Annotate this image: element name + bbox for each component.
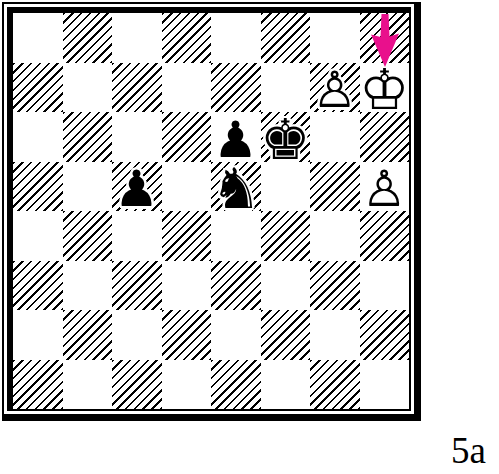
piece-halo-white-pawn-g7: ♟ <box>310 66 360 116</box>
square-a3 <box>13 261 63 311</box>
square-f4 <box>261 211 311 261</box>
square-b2 <box>63 310 113 360</box>
square-c2 <box>112 310 162 360</box>
square-b5 <box>63 162 113 212</box>
square-g7: ♟♙ <box>310 63 360 113</box>
square-g8 <box>310 13 360 63</box>
square-b7 <box>63 63 113 113</box>
square-b8 <box>63 13 113 63</box>
square-f5 <box>261 162 311 212</box>
square-e6: ♟♟ <box>211 112 261 162</box>
square-e8 <box>211 13 261 63</box>
square-d4 <box>162 211 212 261</box>
square-b1 <box>63 360 113 410</box>
square-d6 <box>162 112 212 162</box>
square-d5 <box>162 162 212 212</box>
square-h3 <box>360 261 410 311</box>
square-c5: ♟♟ <box>112 162 162 212</box>
square-d7 <box>162 63 212 113</box>
piece-halo-black-pawn-e6: ♟ <box>211 115 261 165</box>
square-f1 <box>261 360 311 410</box>
piece-black-pawn-c5: ♟ <box>112 165 162 215</box>
square-g3 <box>310 261 360 311</box>
square-f3 <box>261 261 311 311</box>
square-e1 <box>211 360 261 410</box>
square-g1 <box>310 360 360 410</box>
square-e4 <box>211 211 261 261</box>
square-a6 <box>13 112 63 162</box>
square-c7 <box>112 63 162 113</box>
square-b3 <box>63 261 113 311</box>
chess-diagram-page: ♟♙♚♔♟♟♚♚♟♟♞♞♟♙ 5a <box>0 0 499 474</box>
piece-black-king-f6: ♚ <box>261 115 311 165</box>
piece-white-pawn-g7: ♙ <box>310 66 360 116</box>
chess-board: ♟♙♚♔♟♟♚♚♟♟♞♞♟♙ <box>13 13 409 409</box>
square-g2 <box>310 310 360 360</box>
square-c8 <box>112 13 162 63</box>
square-a2 <box>13 310 63 360</box>
square-f2 <box>261 310 311 360</box>
square-h7: ♚♔ <box>360 63 410 113</box>
piece-white-pawn-h5: ♙ <box>360 165 410 215</box>
square-a4 <box>13 211 63 261</box>
square-b4 <box>63 211 113 261</box>
square-d2 <box>162 310 212 360</box>
square-a7 <box>13 63 63 113</box>
square-c3 <box>112 261 162 311</box>
chess-board-inner-frame: ♟♙♚♔♟♟♚♚♟♟♞♞♟♙ <box>7 7 411 411</box>
chess-board-frame: ♟♙♚♔♟♟♚♚♟♟♞♞♟♙ <box>2 2 421 421</box>
piece-halo-white-king-h7: ♚ <box>360 66 410 116</box>
piece-black-pawn-e6: ♟ <box>211 115 261 165</box>
square-b6 <box>63 112 113 162</box>
square-c1 <box>112 360 162 410</box>
square-f8 <box>261 13 311 63</box>
piece-black-knight-e5: ♞ <box>211 165 261 215</box>
piece-halo-black-knight-e5: ♞ <box>211 165 261 215</box>
square-h4 <box>360 211 410 261</box>
piece-halo-black-king-f6: ♚ <box>261 115 311 165</box>
square-h1 <box>360 360 410 410</box>
square-e5: ♞♞ <box>211 162 261 212</box>
square-a5 <box>13 162 63 212</box>
square-h2 <box>360 310 410 360</box>
square-h6 <box>360 112 410 162</box>
square-g5 <box>310 162 360 212</box>
square-d8 <box>162 13 212 63</box>
square-d3 <box>162 261 212 311</box>
square-e3 <box>211 261 261 311</box>
square-c6 <box>112 112 162 162</box>
square-d1 <box>162 360 212 410</box>
square-a8 <box>13 13 63 63</box>
square-c4 <box>112 211 162 261</box>
square-f7 <box>261 63 311 113</box>
square-a1 <box>13 360 63 410</box>
piece-halo-white-pawn-h5: ♟ <box>360 165 410 215</box>
piece-halo-black-pawn-c5: ♟ <box>112 165 162 215</box>
square-f6: ♚♚ <box>261 112 311 162</box>
square-g4 <box>310 211 360 261</box>
square-g6 <box>310 112 360 162</box>
piece-white-king-h7: ♔ <box>360 66 410 116</box>
square-e7 <box>211 63 261 113</box>
square-e2 <box>211 310 261 360</box>
diagram-label: 5a <box>451 429 486 472</box>
square-h8 <box>360 13 410 63</box>
square-h5: ♟♙ <box>360 162 410 212</box>
